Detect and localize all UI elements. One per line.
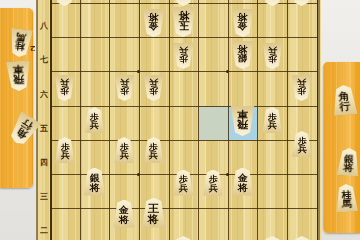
grid-hline (50, 37, 317, 38)
grid-vline (139, 0, 140, 240)
grid-hline (50, 71, 317, 72)
grid-hline (50, 106, 317, 107)
grid-vline (317, 0, 319, 240)
grid-vline (109, 0, 110, 240)
grid-vline (80, 0, 81, 240)
star-point (226, 173, 229, 176)
rank-label: 六 (38, 88, 50, 99)
grid-vline (257, 0, 258, 240)
grid-hline (50, 140, 317, 141)
grid-hline (50, 208, 317, 209)
rank-label: 四 (38, 156, 50, 167)
hand-piece-count-badge: 2 (30, 44, 36, 54)
rank-label: 八 (38, 20, 50, 31)
rank-label: 三 (38, 191, 50, 202)
grid-vline (50, 0, 52, 240)
grid-vline (228, 0, 229, 240)
board-left-edge (36, 0, 38, 240)
shogi-app: 八七六五四三二香車桂馬桂馬香車金将玉将金将歩兵銀将歩兵歩兵歩兵歩兵歩兵飛車歩兵歩… (0, 0, 360, 240)
rank-label: 七 (38, 54, 50, 65)
grid-vline (198, 0, 199, 240)
shogi-board[interactable]: 八七六五四三二香車桂馬桂馬香車金将玉将金将歩兵銀将歩兵歩兵歩兵歩兵歩兵飛車歩兵歩… (36, 0, 321, 240)
rank-label: 二 (38, 225, 50, 236)
grid-vline (169, 0, 170, 240)
last-move-from-square[interactable] (198, 106, 228, 140)
grid-vline (287, 0, 288, 240)
